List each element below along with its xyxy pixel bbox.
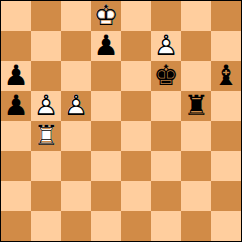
square-d7[interactable]: ♟ xyxy=(91,31,121,61)
square-g3[interactable] xyxy=(181,151,211,181)
square-h8[interactable] xyxy=(211,1,241,31)
square-a1[interactable] xyxy=(1,211,31,241)
square-e1[interactable] xyxy=(121,211,151,241)
square-f5[interactable] xyxy=(151,91,181,121)
square-f4[interactable] xyxy=(151,121,181,151)
square-f7[interactable]: ♟♙ xyxy=(151,31,181,61)
black-rook-glyph: ♜ xyxy=(181,91,211,121)
square-a7[interactable] xyxy=(1,31,31,61)
white-rook-outline-glyph: ♖ xyxy=(31,121,61,151)
square-d5[interactable] xyxy=(91,91,121,121)
white-pawn-outline-glyph: ♙ xyxy=(61,91,91,121)
square-h2[interactable] xyxy=(211,181,241,211)
square-h3[interactable] xyxy=(211,151,241,181)
square-f6[interactable]: ♚ xyxy=(151,61,181,91)
square-e3[interactable] xyxy=(121,151,151,181)
piece-white-pawn-c5[interactable]: ♟♙ xyxy=(61,91,91,121)
square-b1[interactable] xyxy=(31,211,61,241)
square-a2[interactable] xyxy=(1,181,31,211)
square-a5[interactable]: ♟ xyxy=(1,91,31,121)
square-c2[interactable] xyxy=(61,181,91,211)
black-pawn-glyph: ♟ xyxy=(1,61,31,91)
square-e5[interactable] xyxy=(121,91,151,121)
square-b2[interactable] xyxy=(31,181,61,211)
white-king-outline-glyph: ♔ xyxy=(91,1,121,31)
white-pawn-outline-glyph: ♙ xyxy=(151,31,181,61)
square-g6[interactable] xyxy=(181,61,211,91)
square-c1[interactable] xyxy=(61,211,91,241)
square-g4[interactable] xyxy=(181,121,211,151)
piece-black-pawn-d7[interactable]: ♟ xyxy=(91,31,121,61)
square-d8[interactable]: ♚♔ xyxy=(91,1,121,31)
square-c7[interactable] xyxy=(61,31,91,61)
square-f3[interactable] xyxy=(151,151,181,181)
square-e7[interactable] xyxy=(121,31,151,61)
square-g1[interactable] xyxy=(181,211,211,241)
square-c5[interactable]: ♟♙ xyxy=(61,91,91,121)
square-b6[interactable] xyxy=(31,61,61,91)
piece-white-king-d8[interactable]: ♚♔ xyxy=(91,1,121,31)
square-a8[interactable] xyxy=(1,1,31,31)
square-h7[interactable] xyxy=(211,31,241,61)
square-g2[interactable] xyxy=(181,181,211,211)
black-king-glyph: ♚ xyxy=(151,61,181,91)
piece-black-rook-g5[interactable]: ♜ xyxy=(181,91,211,121)
square-c4[interactable] xyxy=(61,121,91,151)
square-b7[interactable] xyxy=(31,31,61,61)
white-pawn-outline-glyph: ♙ xyxy=(31,91,61,121)
piece-black-pawn-a6[interactable]: ♟ xyxy=(1,61,31,91)
square-d4[interactable] xyxy=(91,121,121,151)
square-h1[interactable] xyxy=(211,211,241,241)
square-b4[interactable]: ♜♖ xyxy=(31,121,61,151)
square-f1[interactable] xyxy=(151,211,181,241)
piece-black-king-f6[interactable]: ♚ xyxy=(151,61,181,91)
square-d1[interactable] xyxy=(91,211,121,241)
black-bishop-glyph: ♝ xyxy=(211,61,241,91)
square-f2[interactable] xyxy=(151,181,181,211)
black-pawn-glyph: ♟ xyxy=(91,31,121,61)
chess-board: ♚♔♟♟♙♟♚♝♟♟♙♟♙♜♜♖ xyxy=(0,0,242,242)
square-b8[interactable] xyxy=(31,1,61,31)
square-c8[interactable] xyxy=(61,1,91,31)
square-e2[interactable] xyxy=(121,181,151,211)
square-h6[interactable]: ♝ xyxy=(211,61,241,91)
square-a6[interactable]: ♟ xyxy=(1,61,31,91)
square-g7[interactable] xyxy=(181,31,211,61)
piece-white-pawn-f7[interactable]: ♟♙ xyxy=(151,31,181,61)
piece-white-rook-b4[interactable]: ♜♖ xyxy=(31,121,61,151)
square-g8[interactable] xyxy=(181,1,211,31)
piece-black-bishop-h6[interactable]: ♝ xyxy=(211,61,241,91)
square-c6[interactable] xyxy=(61,61,91,91)
square-a3[interactable] xyxy=(1,151,31,181)
square-e6[interactable] xyxy=(121,61,151,91)
square-f8[interactable] xyxy=(151,1,181,31)
square-d2[interactable] xyxy=(91,181,121,211)
square-g5[interactable]: ♜ xyxy=(181,91,211,121)
square-a4[interactable] xyxy=(1,121,31,151)
square-h5[interactable] xyxy=(211,91,241,121)
square-e4[interactable] xyxy=(121,121,151,151)
square-d6[interactable] xyxy=(91,61,121,91)
square-b5[interactable]: ♟♙ xyxy=(31,91,61,121)
piece-black-pawn-a5[interactable]: ♟ xyxy=(1,91,31,121)
square-b3[interactable] xyxy=(31,151,61,181)
square-c3[interactable] xyxy=(61,151,91,181)
black-pawn-glyph: ♟ xyxy=(1,91,31,121)
square-e8[interactable] xyxy=(121,1,151,31)
square-h4[interactable] xyxy=(211,121,241,151)
square-d3[interactable] xyxy=(91,151,121,181)
piece-white-pawn-b5[interactable]: ♟♙ xyxy=(31,91,61,121)
